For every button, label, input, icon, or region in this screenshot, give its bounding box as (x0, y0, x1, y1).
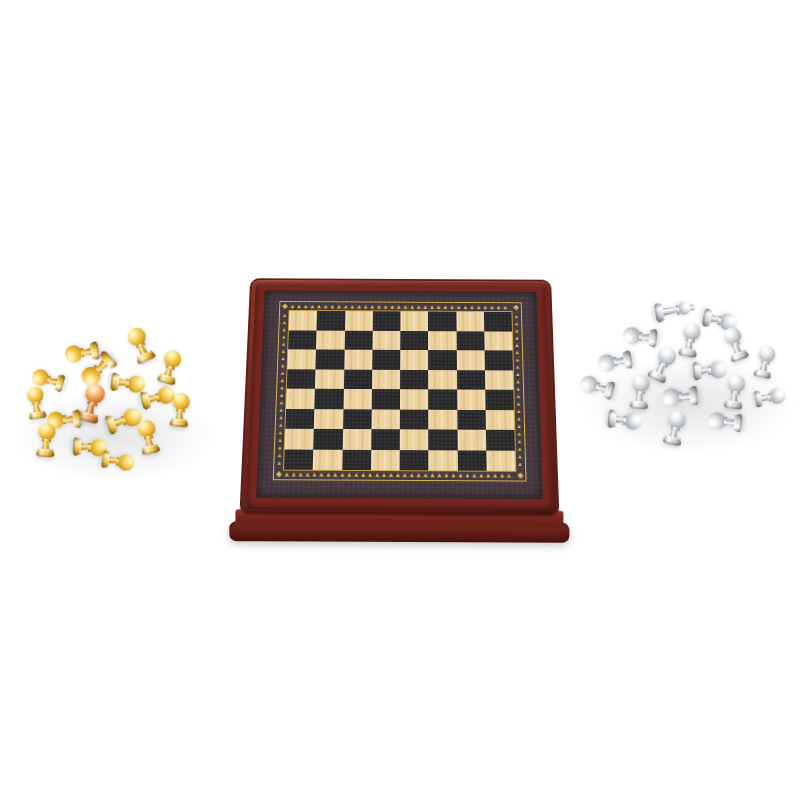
board-square (315, 369, 344, 389)
chess-piece-gold (101, 449, 136, 472)
board-square (428, 389, 457, 409)
border-corner-icon: ◆ (280, 302, 290, 311)
board-frame: ▴▴▴▴▴▴▴▴▴▴▴▴▴▴▴▴▴▴▴▴▴▴▴▴▴▴▴▴▴▴▴▴▴▴▴▴▴▴▴▴… (246, 283, 554, 510)
piece-head (624, 412, 642, 430)
board-square (343, 409, 372, 429)
piece-base (607, 409, 617, 430)
board-square (371, 409, 400, 429)
piece-base (702, 307, 713, 328)
board-square (343, 369, 372, 389)
board-square (372, 369, 400, 389)
piece-base (73, 436, 82, 456)
board-square (317, 311, 345, 330)
board-square (400, 369, 428, 389)
board-square (457, 450, 486, 471)
board-square (456, 350, 484, 370)
piece-base (169, 418, 190, 428)
board-square (429, 450, 458, 471)
piece-base (733, 413, 743, 434)
piece-head (661, 388, 680, 407)
board-square (428, 370, 456, 390)
piece-base (629, 400, 650, 410)
checkerboard (284, 311, 515, 471)
chess-piece-silver (753, 385, 786, 408)
piece-base (688, 385, 698, 407)
board-square (288, 330, 317, 349)
board-square (371, 450, 400, 471)
board-square (342, 449, 371, 470)
piece-base (35, 448, 55, 457)
board-square (343, 389, 372, 409)
board-square (400, 331, 428, 350)
border-corner-icon: ◆ (515, 471, 525, 481)
board-square (484, 312, 512, 331)
board-square (372, 350, 400, 370)
board-square (485, 390, 514, 410)
board-square (285, 409, 314, 429)
board-square (428, 350, 456, 370)
chess-piece-silver (677, 322, 703, 359)
board-square (314, 409, 343, 429)
chess-piece-silver (607, 409, 643, 432)
board-top-face: ▴▴▴▴▴▴▴▴▴▴▴▴▴▴▴▴▴▴▴▴▴▴▴▴▴▴▴▴▴▴▴▴▴▴▴▴▴▴▴▴… (239, 278, 559, 517)
chess-piece-silver (622, 326, 658, 349)
board-square (485, 370, 514, 390)
board-square (371, 429, 400, 450)
piece-head (117, 453, 135, 471)
border-corner-icon: ◆ (274, 470, 284, 480)
board-square (400, 409, 429, 429)
board-square (457, 370, 486, 390)
piece-base (723, 400, 744, 411)
board-square (428, 331, 456, 350)
board-square (456, 312, 484, 331)
gold-pieces-pile (20, 325, 205, 475)
piece-head (709, 360, 727, 378)
piece-base (622, 349, 633, 370)
board-square (284, 449, 313, 470)
board-square (345, 311, 373, 330)
chess-piece-silver (662, 409, 689, 446)
board-square (313, 429, 342, 450)
board-square (400, 450, 429, 471)
board-square (372, 330, 400, 349)
board-square (486, 430, 515, 451)
board-square (344, 350, 372, 370)
piece-base (654, 302, 666, 324)
chess-piece-silver (752, 344, 777, 380)
board-square (486, 450, 515, 471)
piece-head (38, 423, 56, 441)
piece-base (110, 372, 120, 393)
piece-base (692, 361, 702, 382)
board-square (456, 331, 484, 350)
chess-piece-gold (156, 348, 184, 386)
board-frame-outer: ▴▴▴▴▴▴▴▴▴▴▴▴▴▴▴▴▴▴▴▴▴▴▴▴▴▴▴▴▴▴▴▴▴▴▴▴▴▴▴▴… (239, 278, 559, 517)
border-corner-icon: ◆ (511, 303, 521, 312)
piece-head (172, 392, 190, 410)
border-motif-strip-bottom: ▴▴▴▴▴▴▴▴▴▴▴▴▴▴▴▴▴▴▴▴▴▴▴▴▴▴▴▴▴▴▴▴▴▴▴▴▴▴▴▴ (285, 470, 515, 481)
product-photo: ▴▴▴▴▴▴▴▴▴▴▴▴▴▴▴▴▴▴▴▴▴▴▴▴▴▴▴▴▴▴▴▴▴▴▴▴▴▴▴▴… (0, 0, 800, 800)
piece-base (72, 409, 82, 430)
board-square (316, 330, 344, 349)
piece-head (632, 374, 650, 392)
board-square (400, 311, 428, 330)
piece-base (648, 328, 658, 349)
piece-head (769, 387, 787, 405)
chess-piece-gold (24, 386, 47, 421)
decorative-gold-border: ▴▴▴▴▴▴▴▴▴▴▴▴▴▴▴▴▴▴▴▴▴▴▴▴▴▴▴▴▴▴▴▴▴▴▴▴▴▴▴▴… (273, 301, 527, 481)
board-square (484, 331, 512, 350)
chess-piece-silver (692, 359, 728, 382)
board-inner-field: ▴▴▴▴▴▴▴▴▴▴▴▴▴▴▴▴▴▴▴▴▴▴▴▴▴▴▴▴▴▴▴▴▴▴▴▴▴▴▴▴… (256, 290, 543, 499)
chess-piece-silver (597, 349, 634, 375)
board-square (342, 429, 371, 450)
board-square (457, 390, 486, 410)
chess-piece-silver (723, 374, 748, 410)
board-square (313, 449, 342, 470)
board-square (484, 350, 512, 370)
board-square (428, 429, 457, 450)
chess-piece-silver (720, 325, 750, 364)
chess-piece-silver (654, 296, 697, 324)
chess-piece-gold (135, 418, 162, 455)
board-square (400, 389, 428, 409)
piece-base (677, 347, 698, 358)
piece-base (101, 449, 111, 469)
board-square (344, 330, 372, 349)
board-square (428, 409, 457, 429)
board-square (316, 349, 345, 369)
board-square (373, 311, 401, 330)
board-square (315, 389, 344, 409)
silver-pieces-pile (585, 292, 790, 452)
piece-base (753, 390, 763, 409)
chess-piece-silver (629, 374, 652, 410)
chess-piece-gold (169, 392, 192, 428)
board-square (289, 311, 317, 330)
board-square (372, 389, 401, 409)
chess-piece-silver (707, 411, 743, 434)
chess-board: ▴▴▴▴▴▴▴▴▴▴▴▴▴▴▴▴▴▴▴▴▴▴▴▴▴▴▴▴▴▴▴▴▴▴▴▴▴▴▴▴… (227, 259, 573, 551)
piece-head (622, 327, 640, 345)
board-square (457, 409, 486, 429)
piece-base (28, 410, 48, 420)
board-square (428, 312, 456, 331)
board-square (288, 349, 317, 369)
chess-piece-gold (35, 422, 57, 457)
board-square (485, 410, 514, 430)
board-square (285, 429, 314, 450)
board-frame-ridge: ▴▴▴▴▴▴▴▴▴▴▴▴▴▴▴▴▴▴▴▴▴▴▴▴▴▴▴▴▴▴▴▴▴▴▴▴▴▴▴▴… (242, 280, 558, 515)
board-square (287, 369, 316, 389)
board-square (457, 430, 486, 451)
chess-piece-gold (123, 324, 157, 365)
board-square (400, 350, 428, 370)
chess-piece-silver (661, 385, 698, 409)
piece-head (707, 412, 725, 430)
board-square (400, 429, 429, 450)
board-square (286, 389, 315, 409)
